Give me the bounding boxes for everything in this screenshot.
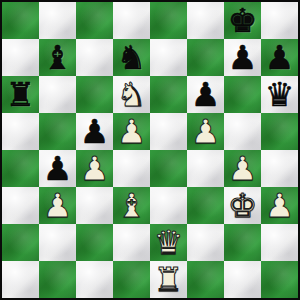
square-f8[interactable]	[187, 2, 224, 39]
piece-black-knight[interactable]: ♞	[117, 39, 147, 76]
square-f4[interactable]	[187, 150, 224, 187]
square-c5[interactable]: ♟	[76, 113, 113, 150]
square-c6[interactable]	[76, 76, 113, 113]
square-f5[interactable]: ♟	[187, 113, 224, 150]
square-e3[interactable]	[150, 187, 187, 224]
chessboard-frame: ♚♝♞♟♟♜♞♟♛♟♟♟♟♟♟♟♝♚♟♛♜	[0, 0, 300, 300]
square-d3[interactable]: ♝	[113, 187, 150, 224]
piece-white-pawn[interactable]: ♟	[228, 150, 258, 187]
square-a8[interactable]	[2, 2, 39, 39]
square-h1[interactable]	[261, 261, 298, 298]
piece-white-pawn[interactable]: ♟	[80, 150, 110, 187]
piece-black-pawn[interactable]: ♟	[43, 150, 73, 187]
square-e2[interactable]: ♛	[150, 224, 187, 261]
square-f1[interactable]	[187, 261, 224, 298]
square-b6[interactable]	[39, 76, 76, 113]
square-c1[interactable]	[76, 261, 113, 298]
piece-white-bishop[interactable]: ♝	[117, 187, 147, 224]
square-a3[interactable]	[2, 187, 39, 224]
square-a1[interactable]	[2, 261, 39, 298]
square-h5[interactable]	[261, 113, 298, 150]
square-c2[interactable]	[76, 224, 113, 261]
piece-black-king[interactable]: ♚	[228, 2, 258, 39]
square-f6[interactable]: ♟	[187, 76, 224, 113]
square-g7[interactable]: ♟	[224, 39, 261, 76]
piece-black-pawn[interactable]: ♟	[265, 39, 295, 76]
piece-black-pawn[interactable]: ♟	[80, 113, 110, 150]
piece-black-pawn[interactable]: ♟	[191, 76, 221, 113]
piece-black-bishop[interactable]: ♝	[43, 39, 73, 76]
square-g1[interactable]	[224, 261, 261, 298]
square-b8[interactable]	[39, 2, 76, 39]
square-d6[interactable]: ♞	[113, 76, 150, 113]
square-d5[interactable]: ♟	[113, 113, 150, 150]
square-c4[interactable]: ♟	[76, 150, 113, 187]
square-a7[interactable]	[2, 39, 39, 76]
square-h7[interactable]: ♟	[261, 39, 298, 76]
square-e4[interactable]	[150, 150, 187, 187]
square-e7[interactable]	[150, 39, 187, 76]
square-h8[interactable]	[261, 2, 298, 39]
square-b5[interactable]	[39, 113, 76, 150]
square-h3[interactable]: ♟	[261, 187, 298, 224]
piece-white-knight[interactable]: ♞	[117, 76, 147, 113]
square-h4[interactable]	[261, 150, 298, 187]
square-d4[interactable]	[113, 150, 150, 187]
square-c3[interactable]	[76, 187, 113, 224]
piece-white-pawn[interactable]: ♟	[117, 113, 147, 150]
square-a2[interactable]	[2, 224, 39, 261]
square-d2[interactable]	[113, 224, 150, 261]
chessboard: ♚♝♞♟♟♜♞♟♛♟♟♟♟♟♟♟♝♚♟♛♜	[2, 2, 298, 298]
piece-white-pawn[interactable]: ♟	[43, 187, 73, 224]
square-g4[interactable]: ♟	[224, 150, 261, 187]
square-e5[interactable]	[150, 113, 187, 150]
piece-white-king[interactable]: ♚	[228, 187, 258, 224]
square-b4[interactable]: ♟	[39, 150, 76, 187]
square-g5[interactable]	[224, 113, 261, 150]
square-a5[interactable]	[2, 113, 39, 150]
square-a4[interactable]	[2, 150, 39, 187]
square-g8[interactable]: ♚	[224, 2, 261, 39]
piece-black-pawn[interactable]: ♟	[228, 39, 258, 76]
square-g3[interactable]: ♚	[224, 187, 261, 224]
piece-white-pawn[interactable]: ♟	[265, 187, 295, 224]
piece-white-rook[interactable]: ♜	[154, 261, 184, 298]
square-f3[interactable]	[187, 187, 224, 224]
square-d1[interactable]	[113, 261, 150, 298]
square-e1[interactable]: ♜	[150, 261, 187, 298]
square-c7[interactable]	[76, 39, 113, 76]
square-h6[interactable]: ♛	[261, 76, 298, 113]
square-f7[interactable]	[187, 39, 224, 76]
square-g6[interactable]	[224, 76, 261, 113]
square-b1[interactable]	[39, 261, 76, 298]
square-c8[interactable]	[76, 2, 113, 39]
square-e6[interactable]	[150, 76, 187, 113]
piece-white-queen[interactable]: ♛	[154, 224, 184, 261]
square-h2[interactable]	[261, 224, 298, 261]
square-f2[interactable]	[187, 224, 224, 261]
square-a6[interactable]: ♜	[2, 76, 39, 113]
square-g2[interactable]	[224, 224, 261, 261]
piece-white-pawn[interactable]: ♟	[191, 113, 221, 150]
square-b2[interactable]	[39, 224, 76, 261]
piece-black-rook[interactable]: ♜	[6, 76, 36, 113]
square-e8[interactable]	[150, 2, 187, 39]
piece-black-queen[interactable]: ♛	[265, 76, 295, 113]
square-d7[interactable]: ♞	[113, 39, 150, 76]
square-b3[interactable]: ♟	[39, 187, 76, 224]
square-b7[interactable]: ♝	[39, 39, 76, 76]
square-d8[interactable]	[113, 2, 150, 39]
